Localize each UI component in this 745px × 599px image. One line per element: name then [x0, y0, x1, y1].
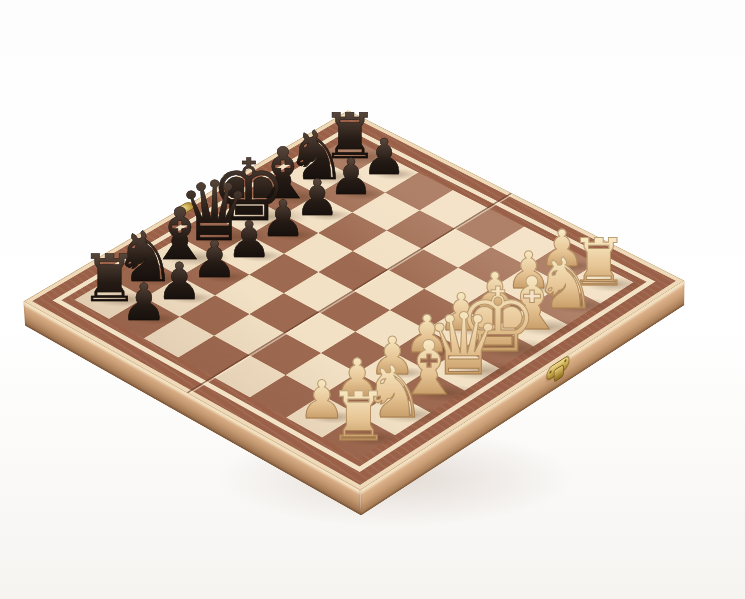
product-photo-stage: ♜♞♝♛♚♝♞♜♟♟♟♟♟♟♟♟♟♟♟♟♟♟♟♟♜♞♝♛♚♝♞♜ — [0, 0, 745, 599]
pieces-layer: ♜♞♝♛♚♝♞♜♟♟♟♟♟♟♟♟♟♟♟♟♟♟♟♟♜♞♝♛♚♝♞♜ — [0, 0, 745, 599]
black-pawn[interactable]: ♟ — [121, 277, 167, 328]
white-rook[interactable]: ♜ — [328, 383, 388, 450]
